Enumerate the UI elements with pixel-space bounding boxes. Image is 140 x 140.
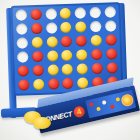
empty-hole: [90, 6, 101, 17]
red-disc: [31, 23, 42, 34]
cell-r5c2: [30, 63, 45, 78]
red-disc: [106, 34, 117, 45]
red-disc: [18, 80, 29, 91]
yellow-disc: [75, 21, 86, 32]
cell-r2c4: [59, 20, 74, 35]
empty-hole: [17, 51, 28, 62]
box-art-yellow-dot-2: [115, 97, 120, 102]
red-disc: [48, 79, 59, 90]
red-disc: [91, 49, 102, 60]
yellow-disc: [62, 64, 73, 75]
red-disc: [106, 48, 117, 59]
empty-hole: [90, 21, 101, 32]
empty-hole: [16, 9, 27, 20]
cell-r1c6: [88, 5, 103, 20]
red-disc: [76, 35, 87, 46]
yellow-disc: [77, 64, 88, 75]
yellow-disc: [61, 22, 72, 33]
cell-r3c6: [89, 33, 104, 48]
cell-r4c1: [15, 50, 30, 65]
cell-r2c7: [103, 18, 118, 33]
cell-r1c2: [28, 7, 43, 22]
cell-r4c6: [89, 47, 104, 62]
cell-r4c7: [104, 47, 119, 62]
cell-r4c3: [45, 49, 60, 64]
box-art-white-dot: [102, 100, 107, 105]
red-disc: [107, 62, 118, 73]
red-disc: [61, 36, 72, 47]
red-disc: [32, 51, 43, 62]
cell-r1c4: [58, 6, 73, 21]
cell-r1c1: [14, 7, 29, 22]
box-swirl-icon: [120, 93, 134, 107]
box-number-badge: 4: [72, 105, 85, 118]
cell-r2c2: [29, 21, 44, 36]
yellow-disc: [46, 36, 57, 47]
empty-hole: [16, 23, 27, 34]
product-photo-scene: CONNECT 4: [0, 0, 140, 140]
cell-r2c5: [73, 19, 88, 34]
cell-r5c1: [16, 64, 31, 79]
yellow-disc: [62, 50, 73, 61]
cell-r3c1: [15, 36, 30, 51]
yellow-disc: [47, 65, 58, 76]
yellow-disc: [31, 37, 42, 48]
cell-r6c3: [46, 77, 61, 92]
cell-r6c2: [31, 78, 46, 93]
empty-hole: [75, 7, 86, 18]
empty-hole: [105, 20, 116, 31]
red-disc: [92, 63, 103, 74]
cell-r5c7: [105, 61, 120, 76]
cell-r4c2: [30, 49, 45, 64]
cell-r3c7: [104, 33, 119, 48]
cell-r2c6: [88, 19, 103, 34]
yellow-disc: [47, 50, 58, 61]
box-artwork: [85, 90, 136, 118]
cell-r1c7: [103, 4, 118, 19]
empty-hole: [46, 22, 57, 33]
cell-r3c5: [74, 34, 89, 49]
cell-r3c4: [59, 34, 74, 49]
empty-hole: [16, 37, 27, 48]
box-art-red-dot: [89, 102, 94, 107]
cell-r5c5: [75, 62, 90, 77]
cell-r6c1: [16, 78, 31, 93]
red-disc: [63, 78, 74, 89]
yellow-disc: [91, 35, 102, 46]
yellow-disc: [33, 79, 44, 90]
red-disc: [32, 65, 43, 76]
red-disc: [30, 8, 41, 19]
cell-r5c3: [45, 63, 60, 78]
cell-r2c3: [44, 20, 59, 35]
cell-r2c1: [14, 21, 29, 36]
yellow-disc: [76, 49, 87, 60]
cell-r5c6: [90, 61, 105, 76]
cell-r6c4: [61, 77, 76, 92]
empty-hole: [105, 6, 116, 17]
box-art-red-dot-2: [110, 104, 115, 109]
yellow-disc: [60, 7, 71, 18]
box-art-yellow-dot: [96, 107, 101, 112]
cell-r4c4: [60, 48, 75, 63]
cell-r5c4: [60, 62, 75, 77]
cell-r1c3: [43, 6, 58, 21]
empty-hole: [45, 8, 56, 19]
board-grid: [14, 4, 121, 93]
loose-yellow-disc-2: [33, 117, 51, 129]
cell-r3c3: [44, 35, 59, 50]
cell-r3c2: [29, 35, 44, 50]
connect-four-board: [10, 2, 123, 96]
red-disc: [17, 66, 28, 77]
cell-r4c5: [74, 48, 89, 63]
cell-r1c5: [73, 5, 88, 20]
